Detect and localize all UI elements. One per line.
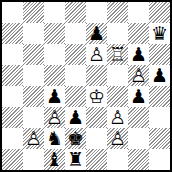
square-f3[interactable]: ♟♙ — [107, 107, 128, 128]
square-b2[interactable]: ♟♙ — [23, 128, 44, 149]
chess-diagram: ♟♛♟♙♜♖♟♟♙♟♟♚♔♟♟♙♟♟♙♟♙♞♚♟♙♝♜ — [0, 0, 172, 172]
piece-black-pawn: ♟ — [128, 44, 149, 65]
square-c8[interactable] — [44, 2, 65, 23]
white-pawn-fill: ♟ — [86, 44, 107, 65]
square-d1[interactable]: ♜ — [65, 149, 86, 170]
square-a3[interactable] — [2, 107, 23, 128]
white-pawn-fill: ♟ — [107, 107, 128, 128]
piece-black-rook: ♜ — [65, 149, 86, 170]
white-pawn-fill: ♟ — [128, 65, 149, 86]
square-h7[interactable]: ♛ — [149, 23, 170, 44]
piece-white-pawn: ♙ — [44, 107, 65, 128]
square-f4[interactable] — [107, 86, 128, 107]
square-e3[interactable] — [86, 107, 107, 128]
square-c5[interactable] — [44, 65, 65, 86]
square-d8[interactable] — [65, 2, 86, 23]
square-g2[interactable] — [128, 128, 149, 149]
square-a5[interactable] — [2, 65, 23, 86]
square-e8[interactable] — [86, 2, 107, 23]
square-e2[interactable] — [86, 128, 107, 149]
square-b6[interactable] — [23, 44, 44, 65]
piece-white-pawn: ♙ — [107, 107, 128, 128]
square-e6[interactable]: ♟♙ — [86, 44, 107, 65]
white-rook-fill: ♜ — [107, 44, 128, 65]
white-pawn-fill: ♟ — [107, 128, 128, 149]
square-e1[interactable] — [86, 149, 107, 170]
square-d3[interactable]: ♟ — [65, 107, 86, 128]
square-c2[interactable]: ♞ — [44, 128, 65, 149]
square-c3[interactable]: ♟♙ — [44, 107, 65, 128]
square-g3[interactable] — [128, 107, 149, 128]
square-c1[interactable]: ♝ — [44, 149, 65, 170]
square-c4[interactable]: ♟ — [44, 86, 65, 107]
square-b4[interactable] — [23, 86, 44, 107]
square-h2[interactable] — [149, 128, 170, 149]
piece-white-pawn: ♙ — [23, 128, 44, 149]
square-h3[interactable] — [149, 107, 170, 128]
square-a8[interactable] — [2, 2, 23, 23]
piece-black-pawn: ♟ — [65, 107, 86, 128]
square-h6[interactable] — [149, 44, 170, 65]
square-g4[interactable]: ♟ — [128, 86, 149, 107]
piece-black-pawn: ♟ — [86, 23, 107, 44]
chess-board: ♟♛♟♙♜♖♟♟♙♟♟♚♔♟♟♙♟♟♙♟♙♞♚♟♙♝♜ — [0, 0, 172, 172]
piece-black-pawn: ♟ — [44, 86, 65, 107]
square-b8[interactable] — [23, 2, 44, 23]
piece-white-rook: ♖ — [107, 44, 128, 65]
square-g1[interactable] — [128, 149, 149, 170]
square-b1[interactable] — [23, 149, 44, 170]
square-g6[interactable]: ♟ — [128, 44, 149, 65]
square-b3[interactable] — [23, 107, 44, 128]
square-g8[interactable] — [128, 2, 149, 23]
square-c7[interactable] — [44, 23, 65, 44]
square-f7[interactable] — [107, 23, 128, 44]
square-h5[interactable]: ♟ — [149, 65, 170, 86]
square-h1[interactable] — [149, 149, 170, 170]
square-a7[interactable] — [2, 23, 23, 44]
piece-black-pawn: ♟ — [149, 65, 170, 86]
piece-white-pawn: ♙ — [86, 44, 107, 65]
square-f5[interactable] — [107, 65, 128, 86]
square-f8[interactable] — [107, 2, 128, 23]
piece-white-king: ♔ — [86, 86, 107, 107]
piece-white-pawn: ♙ — [128, 65, 149, 86]
white-king-fill: ♚ — [86, 86, 107, 107]
piece-black-knight: ♞ — [44, 128, 65, 149]
square-h4[interactable] — [149, 86, 170, 107]
square-h8[interactable] — [149, 2, 170, 23]
piece-white-pawn: ♙ — [107, 128, 128, 149]
piece-black-pawn: ♟ — [128, 86, 149, 107]
square-a1[interactable] — [2, 149, 23, 170]
piece-black-king: ♚ — [65, 128, 86, 149]
square-e4[interactable]: ♚♔ — [86, 86, 107, 107]
square-e7[interactable]: ♟ — [86, 23, 107, 44]
square-d5[interactable] — [65, 65, 86, 86]
square-g5[interactable]: ♟♙ — [128, 65, 149, 86]
square-b5[interactable] — [23, 65, 44, 86]
square-d4[interactable] — [65, 86, 86, 107]
piece-black-queen: ♛ — [149, 23, 170, 44]
white-pawn-fill: ♟ — [23, 128, 44, 149]
square-a6[interactable] — [2, 44, 23, 65]
square-d2[interactable]: ♚ — [65, 128, 86, 149]
square-b7[interactable] — [23, 23, 44, 44]
square-a2[interactable] — [2, 128, 23, 149]
square-d6[interactable] — [65, 44, 86, 65]
square-f6[interactable]: ♜♖ — [107, 44, 128, 65]
piece-black-bishop: ♝ — [44, 149, 65, 170]
square-d7[interactable] — [65, 23, 86, 44]
square-f2[interactable]: ♟♙ — [107, 128, 128, 149]
square-a4[interactable] — [2, 86, 23, 107]
square-e5[interactable] — [86, 65, 107, 86]
white-pawn-fill: ♟ — [44, 107, 65, 128]
square-f1[interactable] — [107, 149, 128, 170]
square-g7[interactable] — [128, 23, 149, 44]
square-c6[interactable] — [44, 44, 65, 65]
